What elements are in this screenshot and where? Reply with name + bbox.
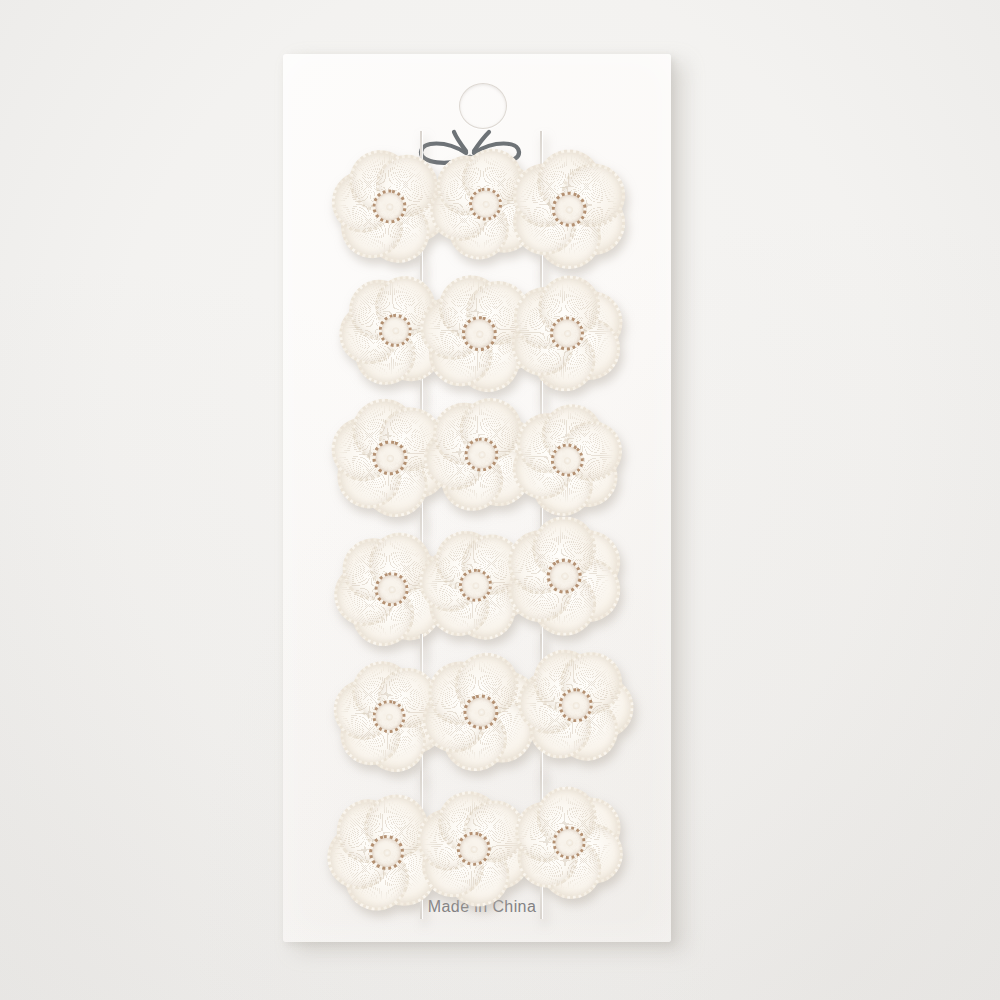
flower-applique: [491, 768, 640, 917]
hang-card: Made in China: [283, 54, 671, 942]
flower-applique: [513, 642, 632, 761]
hair-clip: [332, 646, 622, 770]
photo-backdrop: Made in China: [0, 0, 1000, 1000]
clip-rows: [283, 54, 671, 942]
hair-clip: [332, 268, 622, 392]
hair-clip: [332, 520, 622, 644]
hair-clip: [332, 143, 622, 267]
hair-clip: [332, 783, 622, 907]
